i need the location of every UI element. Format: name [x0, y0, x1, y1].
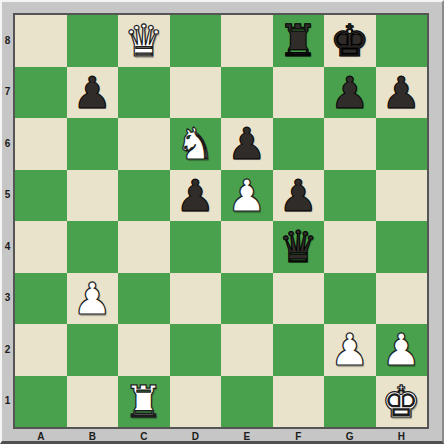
square-f1[interactable] — [273, 376, 325, 428]
square-f4[interactable]: ♛ — [273, 221, 325, 273]
square-g4[interactable] — [324, 221, 376, 273]
square-e7[interactable] — [221, 67, 273, 119]
square-b6[interactable] — [67, 118, 119, 170]
square-c5[interactable] — [118, 170, 170, 222]
black-pawn[interactable]: ♟ — [273, 170, 325, 222]
file-label-e: E — [221, 431, 273, 443]
square-e2[interactable] — [221, 324, 273, 376]
square-e4[interactable] — [221, 221, 273, 273]
square-h2[interactable]: ♟ — [376, 324, 428, 376]
square-c4[interactable] — [118, 221, 170, 273]
square-d8[interactable] — [170, 15, 222, 67]
square-f5[interactable]: ♟ — [273, 170, 325, 222]
square-e3[interactable] — [221, 273, 273, 325]
black-pawn[interactable]: ♟ — [221, 118, 273, 170]
rank-label-1: 1 — [2, 395, 13, 407]
square-e6[interactable]: ♟ — [221, 118, 273, 170]
square-d1[interactable] — [170, 376, 222, 428]
square-f8[interactable]: ♜ — [273, 15, 325, 67]
square-g6[interactable] — [324, 118, 376, 170]
file-label-h: H — [376, 431, 428, 443]
square-f3[interactable] — [273, 273, 325, 325]
white-knight[interactable]: ♞ — [170, 118, 222, 170]
square-a6[interactable] — [15, 118, 67, 170]
file-label-a: A — [15, 431, 67, 443]
square-a5[interactable] — [15, 170, 67, 222]
square-h3[interactable] — [376, 273, 428, 325]
rank-label-4: 4 — [2, 241, 13, 253]
white-rook[interactable]: ♜ — [118, 376, 170, 428]
square-b8[interactable] — [67, 15, 119, 67]
square-a3[interactable] — [15, 273, 67, 325]
white-queen[interactable]: ♛ — [118, 15, 170, 67]
square-d7[interactable] — [170, 67, 222, 119]
square-f7[interactable] — [273, 67, 325, 119]
white-pawn[interactable]: ♟ — [221, 170, 273, 222]
square-a8[interactable] — [15, 15, 67, 67]
file-label-f: F — [273, 431, 325, 443]
rank-label-5: 5 — [2, 189, 13, 201]
square-e1[interactable] — [221, 376, 273, 428]
square-c8[interactable]: ♛ — [118, 15, 170, 67]
square-b2[interactable] — [67, 324, 119, 376]
square-b4[interactable] — [67, 221, 119, 273]
white-pawn[interactable]: ♟ — [67, 273, 119, 325]
black-pawn[interactable]: ♟ — [67, 67, 119, 119]
square-g5[interactable] — [324, 170, 376, 222]
square-h6[interactable] — [376, 118, 428, 170]
black-pawn[interactable]: ♟ — [170, 170, 222, 222]
white-king[interactable]: ♚ — [376, 376, 428, 428]
square-b7[interactable]: ♟ — [67, 67, 119, 119]
square-b5[interactable] — [67, 170, 119, 222]
file-label-b: B — [67, 431, 119, 443]
black-king[interactable]: ♚ — [324, 15, 376, 67]
square-a1[interactable] — [15, 376, 67, 428]
square-a7[interactable] — [15, 67, 67, 119]
square-c3[interactable] — [118, 273, 170, 325]
square-a4[interactable] — [15, 221, 67, 273]
square-c6[interactable] — [118, 118, 170, 170]
black-pawn[interactable]: ♟ — [376, 67, 428, 119]
square-e5[interactable]: ♟ — [221, 170, 273, 222]
square-h7[interactable]: ♟ — [376, 67, 428, 119]
black-rook[interactable]: ♜ — [273, 15, 325, 67]
square-f6[interactable] — [273, 118, 325, 170]
square-f2[interactable] — [273, 324, 325, 376]
square-a2[interactable] — [15, 324, 67, 376]
rank-label-2: 2 — [2, 344, 13, 356]
file-label-g: G — [324, 431, 376, 443]
white-pawn[interactable]: ♟ — [324, 324, 376, 376]
square-g3[interactable] — [324, 273, 376, 325]
square-d4[interactable] — [170, 221, 222, 273]
rank-label-6: 6 — [2, 138, 13, 150]
square-h8[interactable] — [376, 15, 428, 67]
square-c1[interactable]: ♜ — [118, 376, 170, 428]
black-queen[interactable]: ♛ — [273, 221, 325, 273]
square-g1[interactable] — [324, 376, 376, 428]
square-d5[interactable]: ♟ — [170, 170, 222, 222]
square-g2[interactable]: ♟ — [324, 324, 376, 376]
rank-label-7: 7 — [2, 86, 13, 98]
rank-label-8: 8 — [2, 35, 13, 47]
rank-label-3: 3 — [2, 292, 13, 304]
white-pawn[interactable]: ♟ — [376, 324, 428, 376]
black-pawn[interactable]: ♟ — [324, 67, 376, 119]
square-d6[interactable]: ♞ — [170, 118, 222, 170]
file-label-c: C — [118, 431, 170, 443]
square-h1[interactable]: ♚ — [376, 376, 428, 428]
square-d3[interactable] — [170, 273, 222, 325]
file-label-d: D — [170, 431, 222, 443]
chess-board: ♛♜♚♟♟♟♞♟♟♟♟♛♟♟♟♜♚ — [13, 13, 429, 429]
square-h5[interactable] — [376, 170, 428, 222]
square-d2[interactable] — [170, 324, 222, 376]
square-g8[interactable]: ♚ — [324, 15, 376, 67]
square-c2[interactable] — [118, 324, 170, 376]
square-b3[interactable]: ♟ — [67, 273, 119, 325]
square-c7[interactable] — [118, 67, 170, 119]
board-frame: ♛♜♚♟♟♟♞♟♟♟♟♛♟♟♟♜♚ 87654321ABCDEFGH — [0, 0, 444, 444]
square-g7[interactable]: ♟ — [324, 67, 376, 119]
square-h4[interactable] — [376, 221, 428, 273]
square-e8[interactable] — [221, 15, 273, 67]
square-b1[interactable] — [67, 376, 119, 428]
